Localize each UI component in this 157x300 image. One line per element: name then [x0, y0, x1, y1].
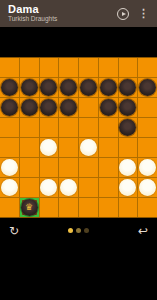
- board-square[interactable]: [59, 138, 78, 157]
- board-square[interactable]: [59, 118, 78, 137]
- white-piece[interactable]: [119, 159, 136, 176]
- board-square[interactable]: [20, 98, 39, 117]
- board-square[interactable]: [59, 178, 78, 197]
- board-square[interactable]: [59, 78, 78, 97]
- board-square[interactable]: [99, 158, 118, 177]
- dark-piece[interactable]: [1, 79, 18, 96]
- dark-piece[interactable]: [60, 99, 77, 116]
- app-header: Dama Turkish Draughts ⋮: [0, 0, 157, 27]
- dark-piece[interactable]: [119, 119, 136, 136]
- app-title: Dama: [8, 4, 57, 16]
- board: ♛: [0, 57, 157, 218]
- board-square[interactable]: [138, 158, 157, 177]
- white-piece[interactable]: [119, 179, 136, 196]
- board-square[interactable]: [79, 158, 98, 177]
- white-piece[interactable]: [60, 179, 77, 196]
- board-square[interactable]: [138, 118, 157, 137]
- board-square[interactable]: [0, 158, 19, 177]
- dark-piece[interactable]: [80, 79, 97, 96]
- board-square[interactable]: [138, 78, 157, 97]
- crown-icon: ♛: [21, 199, 38, 216]
- board-square[interactable]: [20, 178, 39, 197]
- bottom-filler: [0, 243, 157, 300]
- board-square[interactable]: [138, 58, 157, 77]
- board-square[interactable]: [40, 58, 59, 77]
- redo-icon[interactable]: ↻: [9, 225, 19, 237]
- board-square[interactable]: [20, 158, 39, 177]
- bottom-toolbar: ↻ ↩: [0, 218, 157, 243]
- board-square[interactable]: ♛: [20, 198, 39, 217]
- board-square[interactable]: [99, 78, 118, 97]
- dark-piece[interactable]: [21, 79, 38, 96]
- app-subtitle: Turkish Draughts: [8, 16, 57, 23]
- board-square[interactable]: [79, 138, 98, 157]
- dark-piece[interactable]: [60, 79, 77, 96]
- app-screen: { "app": { "title": "Dama", "subtitle": …: [0, 0, 157, 300]
- board-square[interactable]: [40, 178, 59, 197]
- pager-dot-2[interactable]: [76, 228, 81, 233]
- board-square[interactable]: [99, 98, 118, 117]
- board-square[interactable]: [59, 98, 78, 117]
- board-square[interactable]: [138, 198, 157, 217]
- white-piece[interactable]: [1, 159, 18, 176]
- board-square[interactable]: [99, 178, 118, 197]
- board-square[interactable]: [79, 198, 98, 217]
- board-square[interactable]: [0, 178, 19, 197]
- white-piece[interactable]: [1, 179, 18, 196]
- white-piece[interactable]: [40, 139, 57, 156]
- board-square[interactable]: [40, 138, 59, 157]
- undo-icon[interactable]: ↩: [138, 225, 148, 237]
- board-square[interactable]: [79, 118, 98, 137]
- white-piece[interactable]: [139, 159, 156, 176]
- board-square[interactable]: [79, 178, 98, 197]
- dark-piece[interactable]: [119, 79, 136, 96]
- board-square[interactable]: [20, 78, 39, 97]
- board-square[interactable]: [119, 98, 138, 117]
- dark-piece[interactable]: [139, 79, 156, 96]
- dark-piece[interactable]: [119, 99, 136, 116]
- play-triangle-icon: [122, 12, 126, 16]
- kebab-menu-icon[interactable]: ⋮: [138, 8, 149, 19]
- board-square[interactable]: [0, 78, 19, 97]
- board-square[interactable]: [59, 158, 78, 177]
- dark-piece[interactable]: [40, 99, 57, 116]
- board-square[interactable]: [138, 98, 157, 117]
- board-square[interactable]: [40, 118, 59, 137]
- white-piece[interactable]: [40, 179, 57, 196]
- board-square[interactable]: [20, 58, 39, 77]
- dark-piece[interactable]: [1, 99, 18, 116]
- board-square[interactable]: [99, 58, 118, 77]
- top-gap: [0, 27, 157, 57]
- board-square[interactable]: [119, 158, 138, 177]
- dark-piece[interactable]: [21, 99, 38, 116]
- board-square[interactable]: [99, 198, 118, 217]
- play-circle-icon[interactable]: [117, 8, 129, 20]
- board-square[interactable]: [40, 158, 59, 177]
- header-titles: Dama Turkish Draughts: [8, 4, 57, 23]
- board-square[interactable]: [20, 138, 39, 157]
- board-square[interactable]: [119, 58, 138, 77]
- board-square[interactable]: [79, 98, 98, 117]
- board-square[interactable]: [59, 198, 78, 217]
- white-piece[interactable]: [80, 139, 97, 156]
- board-square[interactable]: [0, 198, 19, 217]
- board-square[interactable]: [119, 198, 138, 217]
- header-icons: ⋮: [117, 8, 149, 20]
- dark-king-piece[interactable]: ♛: [21, 199, 38, 216]
- board-square[interactable]: [0, 98, 19, 117]
- board-square[interactable]: [79, 58, 98, 77]
- board-square[interactable]: [79, 78, 98, 97]
- board-square[interactable]: [0, 58, 19, 77]
- board-square[interactable]: [40, 198, 59, 217]
- board-square[interactable]: [119, 118, 138, 137]
- pager-dot-3[interactable]: [84, 228, 89, 233]
- pager-dot-1[interactable]: [68, 228, 73, 233]
- dark-piece[interactable]: [100, 79, 117, 96]
- board-square[interactable]: [138, 178, 157, 197]
- page-indicator: [0, 218, 157, 243]
- board-square[interactable]: [99, 138, 118, 157]
- board-square[interactable]: [40, 98, 59, 117]
- board-square[interactable]: [20, 118, 39, 137]
- white-piece[interactable]: [139, 179, 156, 196]
- dark-piece[interactable]: [100, 99, 117, 116]
- board-square[interactable]: [0, 138, 19, 157]
- board-square[interactable]: [138, 138, 157, 157]
- board-square[interactable]: [119, 178, 138, 197]
- board-square[interactable]: [40, 78, 59, 97]
- dark-piece[interactable]: [40, 79, 57, 96]
- board-square[interactable]: [99, 118, 118, 137]
- board-square[interactable]: [119, 78, 138, 97]
- board-square[interactable]: [0, 118, 19, 137]
- board-square[interactable]: [119, 138, 138, 157]
- board-square[interactable]: [59, 58, 78, 77]
